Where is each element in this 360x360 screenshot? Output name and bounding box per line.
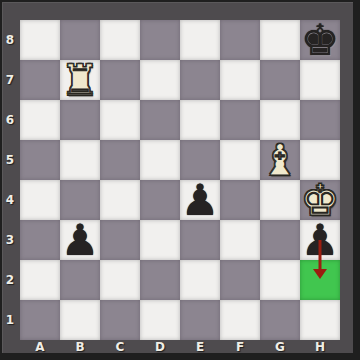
square-d8[interactable] <box>140 20 180 60</box>
square-g3[interactable] <box>260 220 300 260</box>
square-f3[interactable] <box>220 220 260 260</box>
rank-label-7: 7 <box>2 60 18 100</box>
chess-app-window: ♚♜♝♟♚♟♟ 87654321 ABCDEFGH <box>0 0 360 360</box>
square-h8[interactable]: ♚ <box>300 20 340 60</box>
square-d4[interactable] <box>140 180 180 220</box>
piece-white-bishop-g5[interactable]: ♝ <box>260 140 300 180</box>
square-b7[interactable]: ♜ <box>60 60 100 100</box>
square-b3[interactable]: ♟ <box>60 220 100 260</box>
square-f2[interactable] <box>220 260 260 300</box>
square-g1[interactable] <box>260 300 300 340</box>
rank-label-6: 6 <box>2 100 18 140</box>
file-label-E: E <box>180 341 220 354</box>
rank-label-4: 4 <box>2 180 18 220</box>
square-b2[interactable] <box>60 260 100 300</box>
square-b8[interactable] <box>60 20 100 60</box>
square-g4[interactable] <box>260 180 300 220</box>
square-e3[interactable] <box>180 220 220 260</box>
square-d1[interactable] <box>140 300 180 340</box>
square-f4[interactable] <box>220 180 260 220</box>
square-f8[interactable] <box>220 20 260 60</box>
square-h1[interactable] <box>300 300 340 340</box>
square-a4[interactable] <box>20 180 60 220</box>
square-b6[interactable] <box>60 100 100 140</box>
rank-label-2: 2 <box>2 260 18 300</box>
rank-label-8: 8 <box>2 20 18 60</box>
square-e4[interactable]: ♟ <box>180 180 220 220</box>
square-b4[interactable] <box>60 180 100 220</box>
square-c2[interactable] <box>100 260 140 300</box>
file-label-C: C <box>100 341 140 354</box>
square-h6[interactable] <box>300 100 340 140</box>
piece-black-pawn-h3[interactable]: ♟ <box>300 220 340 260</box>
square-h3[interactable]: ♟ <box>300 220 340 260</box>
square-a2[interactable] <box>20 260 60 300</box>
piece-black-pawn-b3[interactable]: ♟ <box>60 220 100 260</box>
file-label-D: D <box>140 341 180 354</box>
square-c1[interactable] <box>100 300 140 340</box>
chess-board: ♚♜♝♟♚♟♟ <box>20 20 340 340</box>
square-d6[interactable] <box>140 100 180 140</box>
square-e8[interactable] <box>180 20 220 60</box>
square-h4[interactable]: ♚ <box>300 180 340 220</box>
square-c5[interactable] <box>100 140 140 180</box>
file-label-G: G <box>260 341 300 354</box>
square-g5[interactable]: ♝ <box>260 140 300 180</box>
square-f7[interactable] <box>220 60 260 100</box>
piece-white-rook-b7[interactable]: ♜ <box>60 60 100 100</box>
square-e1[interactable] <box>180 300 220 340</box>
square-a6[interactable] <box>20 100 60 140</box>
rank-label-3: 3 <box>2 220 18 260</box>
square-e2[interactable] <box>180 260 220 300</box>
square-g6[interactable] <box>260 100 300 140</box>
file-label-A: A <box>20 341 60 354</box>
square-d7[interactable] <box>140 60 180 100</box>
square-c8[interactable] <box>100 20 140 60</box>
square-e5[interactable] <box>180 140 220 180</box>
square-h5[interactable] <box>300 140 340 180</box>
square-h2[interactable] <box>300 260 340 300</box>
square-e7[interactable] <box>180 60 220 100</box>
square-c3[interactable] <box>100 220 140 260</box>
square-b1[interactable] <box>60 300 100 340</box>
square-g8[interactable] <box>260 20 300 60</box>
square-e6[interactable] <box>180 100 220 140</box>
square-c7[interactable] <box>100 60 140 100</box>
square-a3[interactable] <box>20 220 60 260</box>
square-h7[interactable] <box>300 60 340 100</box>
square-f1[interactable] <box>220 300 260 340</box>
rank-label-1: 1 <box>2 300 18 340</box>
file-label-B: B <box>60 341 100 354</box>
square-g7[interactable] <box>260 60 300 100</box>
square-a1[interactable] <box>20 300 60 340</box>
square-d5[interactable] <box>140 140 180 180</box>
file-label-F: F <box>220 341 260 354</box>
square-c4[interactable] <box>100 180 140 220</box>
square-f5[interactable] <box>220 140 260 180</box>
piece-white-king-h4[interactable]: ♚ <box>300 180 340 220</box>
rank-label-5: 5 <box>2 140 18 180</box>
square-b5[interactable] <box>60 140 100 180</box>
square-c6[interactable] <box>100 100 140 140</box>
square-a7[interactable] <box>20 60 60 100</box>
file-label-H: H <box>300 341 340 354</box>
piece-black-king-h8[interactable]: ♚ <box>300 20 340 60</box>
square-a8[interactable] <box>20 20 60 60</box>
square-d2[interactable] <box>140 260 180 300</box>
square-d3[interactable] <box>140 220 180 260</box>
square-a5[interactable] <box>20 140 60 180</box>
piece-black-pawn-e4[interactable]: ♟ <box>180 180 220 220</box>
square-f6[interactable] <box>220 100 260 140</box>
square-g2[interactable] <box>260 260 300 300</box>
